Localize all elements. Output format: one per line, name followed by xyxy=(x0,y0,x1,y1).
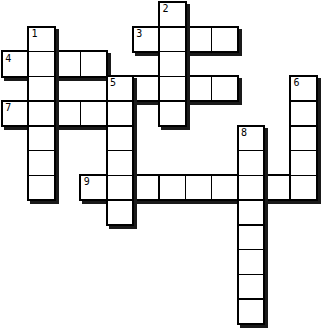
cell-r1-c8[interactable] xyxy=(212,28,237,51)
cell-r4-c1[interactable] xyxy=(29,102,54,125)
cell-r2-c1[interactable] xyxy=(29,52,54,75)
cell-r3-c11[interactable] xyxy=(291,77,316,100)
cell-r0-c6[interactable] xyxy=(160,3,185,26)
cell-r7-c3[interactable] xyxy=(81,176,106,199)
word-8-down xyxy=(237,125,266,326)
cell-r7-c7[interactable] xyxy=(186,176,211,199)
cell-r6-c9[interactable] xyxy=(239,151,264,174)
cell-r5-c1[interactable] xyxy=(29,127,54,150)
cell-r7-c8[interactable] xyxy=(212,176,237,199)
cell-r4-c0[interactable] xyxy=(3,102,28,125)
cell-r6-c1[interactable] xyxy=(29,151,54,174)
cell-r2-c2[interactable] xyxy=(55,52,80,75)
word-6-down xyxy=(289,75,318,201)
crossword-board: 123456789 xyxy=(0,0,322,328)
word-5-down xyxy=(106,75,135,226)
cell-r7-c1[interactable] xyxy=(29,176,54,199)
cell-r2-c3[interactable] xyxy=(81,52,106,75)
cell-r4-c3[interactable] xyxy=(81,102,106,125)
cell-r6-c11[interactable] xyxy=(291,151,316,174)
cell-r7-c9[interactable] xyxy=(239,176,264,199)
cell-r11-c9[interactable] xyxy=(239,275,264,298)
cell-r1-c1[interactable] xyxy=(29,28,54,51)
cell-r7-c6[interactable] xyxy=(160,176,185,199)
cell-r8-c4[interactable] xyxy=(108,201,133,224)
word-1-down xyxy=(27,26,56,202)
cell-r3-c8[interactable] xyxy=(212,77,237,100)
cell-r7-c10[interactable] xyxy=(265,176,290,199)
cell-r3-c7[interactable] xyxy=(186,77,211,100)
cell-r5-c9[interactable] xyxy=(239,127,264,150)
cell-r4-c2[interactable] xyxy=(55,102,80,125)
cell-r3-c4[interactable] xyxy=(108,77,133,100)
cell-r9-c9[interactable] xyxy=(239,226,264,249)
cell-r12-c9[interactable] xyxy=(239,300,264,323)
cell-r6-c4[interactable] xyxy=(108,151,133,174)
cell-r10-c9[interactable] xyxy=(239,250,264,273)
word-2-down xyxy=(158,1,187,127)
cell-r1-c5[interactable] xyxy=(134,28,159,51)
cell-r3-c6[interactable] xyxy=(160,77,185,100)
cell-r2-c0[interactable] xyxy=(3,52,28,75)
cell-r5-c4[interactable] xyxy=(108,127,133,150)
cell-r2-c6[interactable] xyxy=(160,52,185,75)
cell-r7-c4[interactable] xyxy=(108,176,133,199)
cell-r4-c11[interactable] xyxy=(291,102,316,125)
cell-r1-c7[interactable] xyxy=(186,28,211,51)
cell-r3-c5[interactable] xyxy=(134,77,159,100)
cell-r3-c1[interactable] xyxy=(29,77,54,100)
cell-r4-c4[interactable] xyxy=(108,102,133,125)
cell-r1-c6[interactable] xyxy=(160,28,185,51)
cell-r8-c9[interactable] xyxy=(239,201,264,224)
cell-r7-c11[interactable] xyxy=(291,176,316,199)
cell-r4-c6[interactable] xyxy=(160,102,185,125)
cell-r7-c5[interactable] xyxy=(134,176,159,199)
cell-r5-c11[interactable] xyxy=(291,127,316,150)
